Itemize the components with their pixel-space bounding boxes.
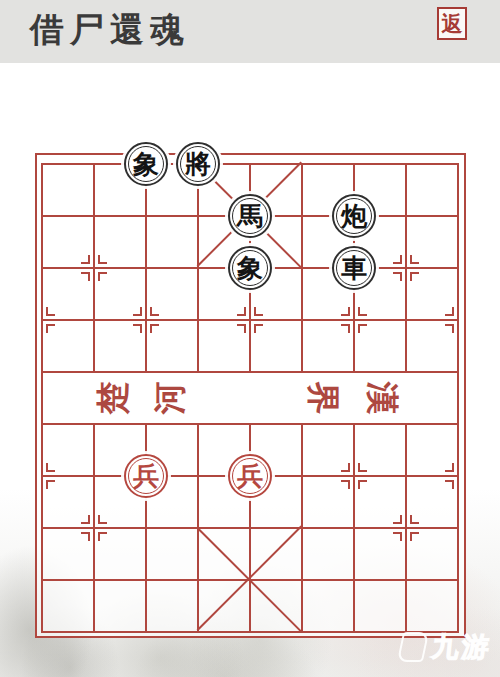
piece-black-cannon[interactable]: 炮 (332, 194, 376, 238)
point-marker (98, 255, 107, 264)
piece-black-chariot[interactable]: 車 (332, 246, 376, 290)
point-marker (150, 307, 159, 316)
piece-black-general[interactable]: 將 (176, 142, 220, 186)
point-marker (341, 463, 350, 472)
river-text-char: 楚 (93, 378, 133, 418)
point-marker (445, 307, 454, 316)
page-title: 借尸還魂 (30, 7, 190, 53)
grid-line (405, 163, 407, 373)
point-marker (358, 324, 367, 333)
piece-glyph: 馬 (237, 203, 263, 229)
grid-line (301, 423, 303, 633)
back-button[interactable]: 返 (437, 7, 467, 40)
point-marker (358, 307, 367, 316)
point-marker (46, 307, 55, 316)
point-marker (81, 255, 90, 264)
jiuyou-logo-icon (397, 632, 429, 662)
point-marker (81, 532, 90, 541)
grid-line (353, 423, 355, 633)
point-marker (393, 532, 402, 541)
header-bar: 借尸還魂 返 (0, 0, 500, 63)
piece-glyph: 炮 (341, 203, 367, 229)
grid-line (93, 423, 95, 633)
grid-line (457, 163, 459, 633)
point-marker (254, 324, 263, 333)
grid-line (41, 163, 43, 633)
piece-red-soldier-1[interactable]: 兵 (124, 454, 168, 498)
xiangqi-board[interactable]: 楚河界漢象將馬炮象車兵兵 (35, 153, 466, 638)
point-marker (133, 324, 142, 333)
point-marker (46, 480, 55, 489)
point-marker (341, 324, 350, 333)
piece-glyph: 將 (185, 151, 211, 177)
river-text-char: 漢 (362, 378, 402, 418)
point-marker (98, 515, 107, 524)
point-marker (393, 272, 402, 281)
point-marker (237, 307, 246, 316)
point-marker (98, 272, 107, 281)
point-marker (445, 324, 454, 333)
point-marker (358, 480, 367, 489)
piece-glyph: 兵 (237, 463, 263, 489)
point-marker (341, 480, 350, 489)
point-marker (445, 463, 454, 472)
point-marker (254, 307, 263, 316)
grid-line (405, 423, 407, 633)
point-marker (410, 515, 419, 524)
piece-glyph: 兵 (133, 463, 159, 489)
watermark: 九游 (400, 629, 492, 665)
point-marker (81, 515, 90, 524)
point-marker (393, 515, 402, 524)
piece-glyph: 象 (237, 255, 263, 281)
point-marker (410, 532, 419, 541)
point-marker (358, 463, 367, 472)
river-text-char: 界 (303, 378, 343, 418)
point-marker (341, 307, 350, 316)
point-marker (237, 324, 246, 333)
watermark-text: 九游 (430, 629, 494, 665)
piece-glyph: 象 (133, 151, 159, 177)
point-marker (445, 480, 454, 489)
grid-line (93, 163, 95, 373)
river-text-char: 河 (150, 378, 190, 418)
point-marker (150, 324, 159, 333)
point-marker (98, 532, 107, 541)
piece-black-horse[interactable]: 馬 (228, 194, 272, 238)
piece-glyph: 車 (341, 255, 367, 281)
grid-line (301, 163, 303, 373)
point-marker (393, 255, 402, 264)
point-marker (81, 272, 90, 281)
point-marker (410, 272, 419, 281)
point-marker (410, 255, 419, 264)
point-marker (46, 324, 55, 333)
piece-red-soldier-2[interactable]: 兵 (228, 454, 272, 498)
point-marker (46, 463, 55, 472)
point-marker (133, 307, 142, 316)
grid-line (197, 163, 199, 373)
grid-line (145, 163, 147, 373)
piece-black-elephant-2[interactable]: 象 (228, 246, 272, 290)
piece-black-elephant-1[interactable]: 象 (124, 142, 168, 186)
